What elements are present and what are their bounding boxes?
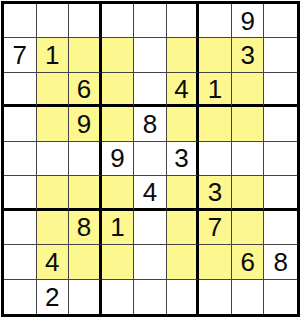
given-digit: 4 — [45, 249, 59, 275]
given-digit: 9 — [77, 111, 91, 137]
cell-r7c3[interactable]: 8 — [69, 211, 102, 245]
given-digit: 1 — [208, 76, 222, 102]
cell-r4c4[interactable] — [102, 107, 135, 141]
cell-r6c7[interactable]: 3 — [199, 176, 232, 210]
given-digit: 8 — [77, 214, 91, 240]
cell-r5c4[interactable]: 9 — [102, 142, 135, 176]
given-digit: 8 — [143, 111, 157, 137]
cell-r7c4[interactable]: 1 — [102, 211, 135, 245]
cell-r9c8[interactable] — [232, 280, 265, 314]
cell-r9c3[interactable] — [69, 280, 102, 314]
cell-r8c5[interactable] — [134, 245, 167, 279]
cell-r4c3[interactable]: 9 — [69, 107, 102, 141]
cell-r3c1[interactable] — [4, 73, 37, 107]
cell-r9c4[interactable] — [102, 280, 135, 314]
cell-r3c4[interactable] — [102, 73, 135, 107]
cell-r6c2[interactable] — [37, 176, 70, 210]
cell-r8c4[interactable] — [102, 245, 135, 279]
cell-r8c3[interactable] — [69, 245, 102, 279]
cell-r7c5[interactable] — [134, 211, 167, 245]
cell-r5c6[interactable]: 3 — [167, 142, 200, 176]
cell-r1c1[interactable] — [4, 4, 37, 38]
given-digit: 4 — [143, 179, 157, 205]
cell-r8c1[interactable] — [4, 245, 37, 279]
given-digit: 7 — [208, 214, 222, 240]
cell-r7c8[interactable] — [232, 211, 265, 245]
cell-r5c9[interactable] — [264, 142, 297, 176]
cell-r2c9[interactable] — [264, 38, 297, 72]
cell-r3c5[interactable] — [134, 73, 167, 107]
cell-r1c9[interactable] — [264, 4, 297, 38]
cell-r4c9[interactable] — [264, 107, 297, 141]
cell-r1c2[interactable] — [37, 4, 70, 38]
cell-r2c3[interactable] — [69, 38, 102, 72]
cell-r6c3[interactable] — [69, 176, 102, 210]
cell-r7c2[interactable] — [37, 211, 70, 245]
cell-r5c7[interactable] — [199, 142, 232, 176]
given-digit: 6 — [77, 76, 91, 102]
cell-r6c9[interactable] — [264, 176, 297, 210]
given-digit: 9 — [110, 145, 124, 171]
cell-r3c2[interactable] — [37, 73, 70, 107]
cell-r1c8[interactable]: 9 — [232, 4, 265, 38]
cell-r4c8[interactable] — [232, 107, 265, 141]
cell-r1c7[interactable] — [199, 4, 232, 38]
cell-r4c7[interactable] — [199, 107, 232, 141]
given-digit: 3 — [240, 42, 254, 68]
cell-r8c7[interactable] — [199, 245, 232, 279]
cell-r8c9[interactable]: 8 — [264, 245, 297, 279]
cell-r9c7[interactable] — [199, 280, 232, 314]
cell-r6c4[interactable] — [102, 176, 135, 210]
cell-r7c7[interactable]: 7 — [199, 211, 232, 245]
cell-r2c2[interactable]: 1 — [37, 38, 70, 72]
cell-r4c2[interactable] — [37, 107, 70, 141]
given-digit: 1 — [45, 42, 59, 68]
cell-r9c2[interactable]: 2 — [37, 280, 70, 314]
cell-r6c1[interactable] — [4, 176, 37, 210]
given-digit: 9 — [240, 8, 254, 34]
cell-r2c6[interactable] — [167, 38, 200, 72]
cell-r8c6[interactable] — [167, 245, 200, 279]
given-digit: 8 — [273, 249, 287, 275]
cell-r8c2[interactable]: 4 — [37, 245, 70, 279]
cell-r3c7[interactable]: 1 — [199, 73, 232, 107]
given-digit: 6 — [240, 249, 254, 275]
cell-r9c5[interactable] — [134, 280, 167, 314]
cell-r5c2[interactable] — [37, 142, 70, 176]
cell-r3c9[interactable] — [264, 73, 297, 107]
given-digit: 3 — [174, 145, 188, 171]
cell-r1c5[interactable] — [134, 4, 167, 38]
cell-r7c9[interactable] — [264, 211, 297, 245]
sudoku-board: 97136419893438174682 — [1, 1, 300, 317]
cell-r2c5[interactable] — [134, 38, 167, 72]
cell-r1c6[interactable] — [167, 4, 200, 38]
given-digit: 1 — [110, 214, 124, 240]
cell-r5c1[interactable] — [4, 142, 37, 176]
given-digit: 2 — [45, 284, 59, 310]
cell-r4c6[interactable] — [167, 107, 200, 141]
cell-r1c4[interactable] — [102, 4, 135, 38]
cell-r2c8[interactable]: 3 — [232, 38, 265, 72]
cell-r9c1[interactable] — [4, 280, 37, 314]
cell-r5c8[interactable] — [232, 142, 265, 176]
cell-r6c5[interactable]: 4 — [134, 176, 167, 210]
cell-r2c1[interactable]: 7 — [4, 38, 37, 72]
cell-r9c6[interactable] — [167, 280, 200, 314]
cell-r1c3[interactable] — [69, 4, 102, 38]
cell-r3c3[interactable]: 6 — [69, 73, 102, 107]
cell-r6c6[interactable] — [167, 176, 200, 210]
given-digit: 4 — [174, 76, 188, 102]
cell-r8c8[interactable]: 6 — [232, 245, 265, 279]
cell-r2c7[interactable] — [199, 38, 232, 72]
given-digit: 3 — [208, 179, 222, 205]
given-digit: 7 — [13, 42, 27, 68]
cell-r7c6[interactable] — [167, 211, 200, 245]
cell-r3c6[interactable]: 4 — [167, 73, 200, 107]
cell-r7c1[interactable] — [4, 211, 37, 245]
cell-r2c4[interactable] — [102, 38, 135, 72]
cell-r5c3[interactable] — [69, 142, 102, 176]
cell-r4c5[interactable]: 8 — [134, 107, 167, 141]
cell-r9c9[interactable] — [264, 280, 297, 314]
cell-r3c8[interactable] — [232, 73, 265, 107]
cell-r5c5[interactable] — [134, 142, 167, 176]
cell-r6c8[interactable] — [232, 176, 265, 210]
cell-r4c1[interactable] — [4, 107, 37, 141]
